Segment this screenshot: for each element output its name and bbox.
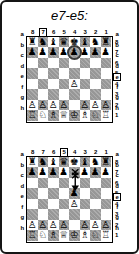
rank-label-1-right: 1 [115,112,118,119]
file-label-f-bottom: f [116,84,118,91]
piece-white-pawn: ♙ [49,100,58,110]
piece-white-knight: ♘ [91,230,100,240]
square-b3 [38,89,49,100]
square-e8: ♚ [69,37,80,48]
square-h3 [101,209,112,220]
square-h3 [101,89,112,100]
square-h7: ♟ [101,167,112,178]
piece-black-pawn: ♟ [49,47,58,57]
square-c5 [48,68,59,79]
piece-black-rook: ♜ [101,37,110,47]
square-g2: ♙ [90,100,101,111]
square-f7: ♟ [80,167,91,178]
square-d3 [59,89,70,100]
square-a6 [27,58,38,69]
square-c4 [48,199,59,210]
square-f3 [80,89,91,100]
square-g3 [90,209,101,220]
square-e3 [69,209,80,220]
file-label-e-bottom-highlighted: e [113,73,121,82]
file-label-d-top: d [20,63,24,70]
square-f6 [80,58,91,69]
file-label-e-bottom-highlighted: e [113,193,121,202]
square-b4 [38,79,49,90]
square-d5 [59,68,70,79]
file-label-d-bottom: d [115,63,119,70]
square-a4 [27,199,38,210]
square-b6 [38,178,49,189]
piece-white-bishop: ♗ [80,110,89,120]
square-d3 [59,209,70,220]
piece-white-rook: ♖ [28,110,37,120]
piece-black-pawn: ♟ [59,47,68,57]
square-g5 [90,188,101,199]
file-label-a-top: a [21,31,24,38]
piece-white-pawn: ♙ [80,100,89,110]
square-a5 [27,68,38,79]
piece-white-knight: ♘ [38,110,47,120]
piece-black-bishop: ♝ [80,157,89,167]
piece-black-pawn: ♟ [70,188,79,198]
square-f4 [80,79,91,90]
square-f8: ♝ [80,37,91,48]
file-label-f-bottom: f [116,204,118,211]
square-a5 [27,188,38,199]
piece-white-pawn: ♙ [80,220,89,230]
square-h1: ♖ [101,110,112,121]
file-label-c-bottom: c [116,172,119,179]
piece-black-pawn: ♟ [91,47,100,57]
piece-white-bishop: ♗ [49,230,58,240]
square-a7: ♟ [27,167,38,178]
piece-black-pawn: ♟ [59,167,68,177]
square-g4 [90,199,101,210]
piece-black-pawn: ♟ [101,167,110,177]
square-h6 [101,58,112,69]
diagram-panel: e7-e5: abcdefgh87654321♜♞♝♛♚♝♞♜♟♟♟♟♟♟♟♟♙… [0,0,139,254]
square-b5 [38,188,49,199]
square-b5 [38,68,49,79]
piece-white-pawn: ♙ [38,100,47,110]
square-a6 [27,178,38,189]
square-c2: ♙ [48,220,59,231]
square-c7: ♟ [48,47,59,58]
square-c7: ♟ [48,167,59,178]
piece-black-pawn: ♟ [80,47,89,57]
piece-white-pawn: ♙ [59,220,68,230]
square-g6 [90,58,101,69]
square-f7: ♟ [80,47,91,58]
piece-white-bishop: ♗ [49,110,58,120]
square-d6 [59,58,70,69]
square-c3 [48,89,59,100]
piece-black-knight: ♞ [38,37,47,47]
piece-white-pawn: ♙ [101,220,110,230]
square-b2: ♙ [38,100,49,111]
square-h4 [101,79,112,90]
piece-black-pawn: ♟ [38,167,47,177]
piece-black-pawn: ♟ [38,47,47,57]
square-g6 [90,178,101,189]
board-squares: ♜♞♝♛♚♝♞♜♟♟♟♟♟♟♟♟♙♙♙♙♙♙♙♙♖♘♗♕♔♗♘♖ [26,156,113,243]
file-label-c-top: c [21,52,24,59]
square-b4 [38,199,49,210]
square-g8: ♞ [90,157,101,168]
square-f1: ♗ [80,230,91,241]
square-c4 [48,79,59,90]
piece-black-knight: ♞ [38,157,47,167]
piece-white-queen: ♕ [59,110,68,120]
square-h2: ♙ [101,100,112,111]
square-e7 [69,167,80,178]
piece-black-bishop: ♝ [80,37,89,47]
piece-black-queen: ♛ [59,37,68,47]
piece-white-knight: ♘ [91,110,100,120]
piece-black-pawn: ♟ [101,47,110,57]
square-b6 [38,58,49,69]
square-g2: ♙ [90,220,101,231]
square-b1: ♘ [38,230,49,241]
piece-white-knight: ♘ [38,230,47,240]
top-coordinate-labels: abcdefgh [19,28,27,36]
square-c6 [48,58,59,69]
file-label-h-bottom: h [115,225,119,232]
piece-black-pawn: ♟ [70,47,79,57]
piece-black-rook: ♜ [28,37,37,47]
square-f2: ♙ [80,100,91,111]
square-e4: ♙ [69,199,80,210]
file-label-b-top: b [20,42,24,49]
file-label-g-top: g [20,94,24,101]
square-f4 [80,199,91,210]
piece-white-rook: ♖ [101,110,110,120]
square-b7: ♟ [38,47,49,58]
square-b2: ♙ [38,220,49,231]
square-c3 [48,209,59,220]
file-label-f-top: f [21,84,23,91]
file-label-g-bottom: g [115,214,119,221]
square-h5 [101,68,112,79]
square-c2: ♙ [48,100,59,111]
square-a1: ♖ [27,110,38,121]
square-e1: ♔ [69,230,80,241]
square-b3 [38,209,49,220]
file-label-c-bottom: c [116,52,119,59]
piece-black-knight: ♞ [91,157,100,167]
piece-black-rook: ♜ [101,157,110,167]
piece-white-pawn: ♙ [38,220,47,230]
top-coordinate-labels: abcdefgh [19,148,27,156]
square-d1: ♕ [59,110,70,121]
square-f1: ♗ [80,110,91,121]
square-c6 [48,178,59,189]
file-label-a-bottom: a [116,151,119,158]
piece-white-king: ♔ [70,110,79,120]
square-a3 [27,209,38,220]
piece-white-rook: ♖ [101,230,110,240]
square-e5: ♟ [69,188,80,199]
square-e4: ♙ [69,79,80,90]
file-label-d-top: d [20,183,24,190]
square-e8: ♚ [69,157,80,168]
square-d7: ♟ [59,167,70,178]
file-label-d-bottom: d [115,183,119,190]
square-e1: ♔ [69,110,80,121]
piece-black-bishop: ♝ [49,37,58,47]
square-d4 [59,79,70,90]
square-g7: ♟ [90,47,101,58]
square-e7: ♟ [69,47,80,58]
square-e6 [69,178,80,189]
piece-black-pawn: ♟ [91,167,100,177]
square-a2: ♙ [27,100,38,111]
file-label-c-top: c [21,172,24,179]
file-label-h-bottom: h [115,105,119,112]
piece-black-pawn: ♟ [28,47,37,57]
square-g4 [90,79,101,90]
piece-black-pawn: ♟ [28,167,37,177]
square-e6 [69,58,80,69]
piece-white-pawn: ♙ [70,79,79,89]
file-label-e-top: e [21,193,24,200]
square-a1: ♖ [27,230,38,241]
piece-white-pawn: ♙ [91,220,100,230]
square-h6 [101,178,112,189]
piece-black-pawn: ♟ [49,167,58,177]
piece-white-pawn: ♙ [91,100,100,110]
square-d4 [59,199,70,210]
square-g7: ♟ [90,167,101,178]
square-f6 [80,178,91,189]
square-a8: ♜ [27,157,38,168]
square-d8: ♛ [59,37,70,48]
piece-black-king: ♚ [70,37,79,47]
square-d2: ♙ [59,100,70,111]
square-h1: ♖ [101,230,112,241]
file-label-b-top: b [20,162,24,169]
square-d1: ♕ [59,230,70,241]
square-b1: ♘ [38,110,49,121]
board-squares: ♜♞♝♛♚♝♞♜♟♟♟♟♟♟♟♟♙♙♙♙♙♙♙♙♖♘♗♕♔♗♘♖ [26,36,113,123]
piece-black-knight: ♞ [91,37,100,47]
square-g8: ♞ [90,37,101,48]
piece-black-queen: ♛ [59,157,68,167]
square-d2: ♙ [59,220,70,231]
piece-black-king: ♚ [70,157,79,167]
square-e2 [69,100,80,111]
piece-black-bishop: ♝ [49,157,58,167]
piece-black-rook: ♜ [28,157,37,167]
left-coordinate-labels: 87654321 [26,148,113,156]
square-e5 [69,68,80,79]
file-label-f-top: f [21,204,23,211]
move-title: e7-e5: [2,8,137,23]
rank-label-1-right: 1 [115,232,118,239]
file-label-h-top: h [20,105,24,112]
square-c1: ♗ [48,230,59,241]
bottom-coordinate-labels: abcdefgh [113,28,121,36]
file-label-e-top: e [21,73,24,80]
piece-white-pawn: ♙ [49,220,58,230]
square-f2: ♙ [80,220,91,231]
square-e3 [69,89,80,100]
left-coordinate-labels: 87654321 [26,28,113,36]
square-e2 [69,220,80,231]
piece-white-pawn: ♙ [28,100,37,110]
square-b8: ♞ [38,37,49,48]
square-h5 [101,188,112,199]
bottom-coordinate-labels: abcdefgh [113,148,121,156]
piece-white-bishop: ♗ [80,230,89,240]
square-b8: ♞ [38,157,49,168]
piece-white-pawn: ♙ [59,100,68,110]
square-h7: ♟ [101,47,112,58]
square-f5 [80,68,91,79]
square-g1: ♘ [90,230,101,241]
square-g1: ♘ [90,110,101,121]
file-label-g-bottom: g [115,94,119,101]
square-g5 [90,68,101,79]
square-c1: ♗ [48,110,59,121]
square-c8: ♝ [48,157,59,168]
file-label-b-bottom: b [115,162,119,169]
square-d6 [59,178,70,189]
square-d5 [59,188,70,199]
square-h4 [101,199,112,210]
square-a8: ♜ [27,37,38,48]
square-a3 [27,89,38,100]
square-a2: ♙ [27,220,38,231]
file-label-b-bottom: b [115,42,119,49]
square-d8: ♛ [59,157,70,168]
square-h8: ♜ [101,37,112,48]
square-d7: ♟ [59,47,70,58]
square-g3 [90,89,101,100]
file-label-a-top: a [21,151,24,158]
square-a7: ♟ [27,47,38,58]
square-c8: ♝ [48,37,59,48]
square-f3 [80,209,91,220]
file-label-h-top: h [20,225,24,232]
file-label-g-top: g [20,214,24,221]
square-a4 [27,79,38,90]
square-b7: ♟ [38,167,49,178]
piece-black-pawn: ♟ [80,167,89,177]
square-f8: ♝ [80,157,91,168]
piece-white-pawn: ♙ [70,199,79,209]
piece-white-king: ♔ [70,230,79,240]
square-h8: ♜ [101,157,112,168]
chessboard-after-move: abcdefgh87654321♜♞♝♛♚♝♞♜♟♟♟♟♟♟♟♟♙♙♙♙♙♙♙♙… [19,148,121,250]
piece-white-pawn: ♙ [101,100,110,110]
piece-white-pawn: ♙ [28,220,37,230]
square-c5 [48,188,59,199]
piece-white-rook: ♖ [28,230,37,240]
file-label-a-bottom: a [116,31,119,38]
square-h2: ♙ [101,220,112,231]
piece-white-queen: ♕ [59,230,68,240]
chessboard-before-move: abcdefgh87654321♜♞♝♛♚♝♞♜♟♟♟♟♟♟♟♟♙♙♙♙♙♙♙♙… [19,28,121,130]
square-f5 [80,188,91,199]
